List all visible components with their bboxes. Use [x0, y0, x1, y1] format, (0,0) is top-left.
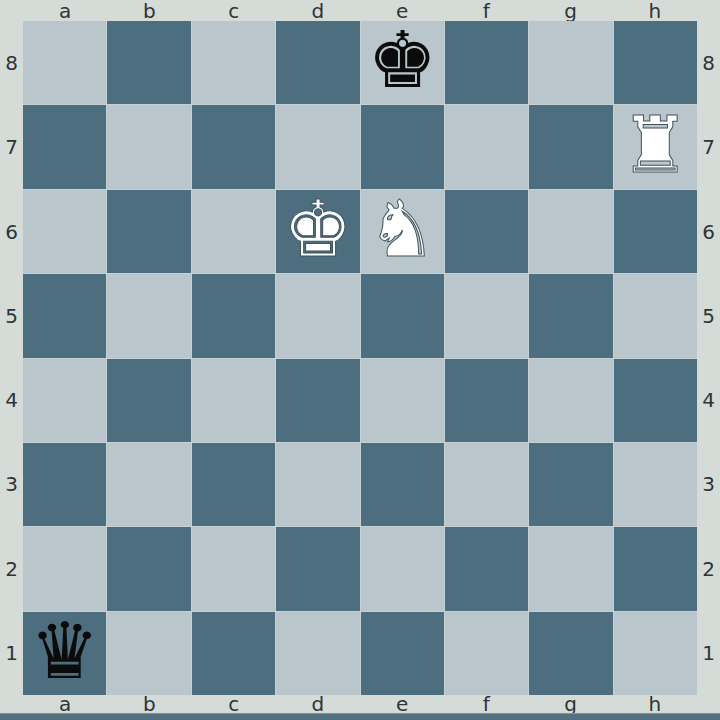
square-b3[interactable]	[107, 443, 190, 526]
square-a7[interactable]	[23, 105, 106, 188]
rank-label-4: 4	[697, 358, 720, 442]
square-f1[interactable]	[445, 612, 528, 695]
square-g3[interactable]	[529, 443, 612, 526]
square-h1[interactable]	[614, 612, 697, 695]
file-label-e: e	[360, 0, 444, 21]
square-c6[interactable]	[192, 190, 275, 273]
square-a6[interactable]	[23, 190, 106, 273]
square-d5[interactable]	[276, 274, 359, 357]
square-f5[interactable]	[445, 274, 528, 357]
rank-label-3: 3	[697, 442, 720, 526]
square-d2[interactable]	[276, 527, 359, 610]
rank-label-2: 2	[697, 527, 720, 611]
square-a2[interactable]	[23, 527, 106, 610]
rank-label-2: 2	[0, 527, 23, 611]
square-e6[interactable]: ♞	[361, 190, 444, 273]
square-g5[interactable]	[529, 274, 612, 357]
square-g4[interactable]	[529, 359, 612, 442]
file-labels-top: abcdefgh	[23, 0, 697, 21]
square-h7[interactable]: ♜	[614, 105, 697, 188]
square-d8[interactable]	[276, 21, 359, 104]
rank-label-1: 1	[697, 611, 720, 695]
square-b4[interactable]	[107, 359, 190, 442]
piece-white-king[interactable]: ♚	[283, 190, 353, 271]
square-g1[interactable]	[529, 612, 612, 695]
chessboard-frame: abcdefgh 87654321 87654321 ♚♜♚♞♛ abcdefg…	[0, 0, 720, 720]
square-b2[interactable]	[107, 527, 190, 610]
file-label-h: h	[613, 0, 697, 21]
square-c4[interactable]	[192, 359, 275, 442]
square-f8[interactable]	[445, 21, 528, 104]
square-d6[interactable]: ♚	[276, 190, 359, 273]
square-d7[interactable]	[276, 105, 359, 188]
file-label-b: b	[107, 695, 191, 713]
file-labels-bottom: abcdefgh	[23, 695, 697, 713]
square-g8[interactable]	[529, 21, 612, 104]
square-e8[interactable]: ♚	[361, 21, 444, 104]
piece-black-queen[interactable]: ♛	[30, 612, 100, 693]
file-label-a: a	[23, 695, 107, 713]
file-label-h: h	[613, 695, 697, 713]
square-f6[interactable]	[445, 190, 528, 273]
piece-white-rook[interactable]: ♜	[620, 105, 690, 186]
rank-label-1: 1	[0, 611, 23, 695]
square-e5[interactable]	[361, 274, 444, 357]
square-b8[interactable]	[107, 21, 190, 104]
square-g7[interactable]	[529, 105, 612, 188]
square-c1[interactable]	[192, 612, 275, 695]
square-e3[interactable]	[361, 443, 444, 526]
square-d1[interactable]	[276, 612, 359, 695]
rank-label-7: 7	[0, 105, 23, 189]
square-c3[interactable]	[192, 443, 275, 526]
rank-labels-right: 87654321	[697, 21, 720, 695]
file-label-d: d	[276, 695, 360, 713]
square-h4[interactable]	[614, 359, 697, 442]
board-bottom-edge-strip	[0, 713, 720, 720]
square-e7[interactable]	[361, 105, 444, 188]
square-a1[interactable]: ♛	[23, 612, 106, 695]
square-e4[interactable]	[361, 359, 444, 442]
rank-label-6: 6	[697, 190, 720, 274]
file-label-b: b	[107, 0, 191, 21]
rank-label-5: 5	[0, 274, 23, 358]
piece-black-king[interactable]: ♚	[367, 21, 437, 102]
square-h3[interactable]	[614, 443, 697, 526]
rank-label-7: 7	[697, 105, 720, 189]
rank-label-8: 8	[0, 21, 23, 105]
file-label-e: e	[360, 695, 444, 713]
file-label-c: c	[192, 0, 276, 21]
file-label-f: f	[444, 0, 528, 21]
file-label-g: g	[529, 0, 613, 21]
square-a4[interactable]	[23, 359, 106, 442]
file-label-a: a	[23, 0, 107, 21]
square-f3[interactable]	[445, 443, 528, 526]
rank-label-8: 8	[697, 21, 720, 105]
square-c7[interactable]	[192, 105, 275, 188]
square-a3[interactable]	[23, 443, 106, 526]
rank-label-3: 3	[0, 442, 23, 526]
rank-labels-left: 87654321	[0, 21, 23, 695]
square-h2[interactable]	[614, 527, 697, 610]
file-label-f: f	[444, 695, 528, 713]
rank-label-6: 6	[0, 190, 23, 274]
square-b6[interactable]	[107, 190, 190, 273]
rank-label-4: 4	[0, 358, 23, 442]
square-h8[interactable]	[614, 21, 697, 104]
square-g6[interactable]	[529, 190, 612, 273]
square-e1[interactable]	[361, 612, 444, 695]
square-g2[interactable]	[529, 527, 612, 610]
square-b5[interactable]	[107, 274, 190, 357]
square-a5[interactable]	[23, 274, 106, 357]
square-e2[interactable]	[361, 527, 444, 610]
file-label-d: d	[276, 0, 360, 21]
rank-label-5: 5	[697, 274, 720, 358]
file-label-g: g	[529, 695, 613, 713]
square-h6[interactable]	[614, 190, 697, 273]
piece-white-knight[interactable]: ♞	[367, 190, 437, 271]
square-h5[interactable]	[614, 274, 697, 357]
square-c5[interactable]	[192, 274, 275, 357]
square-b1[interactable]	[107, 612, 190, 695]
square-d4[interactable]	[276, 359, 359, 442]
square-f2[interactable]	[445, 527, 528, 610]
square-b7[interactable]	[107, 105, 190, 188]
chessboard: ♚♜♚♞♛	[23, 21, 697, 695]
square-a8[interactable]	[23, 21, 106, 104]
square-c8[interactable]	[192, 21, 275, 104]
square-c2[interactable]	[192, 527, 275, 610]
square-f7[interactable]	[445, 105, 528, 188]
square-d3[interactable]	[276, 443, 359, 526]
square-f4[interactable]	[445, 359, 528, 442]
file-label-c: c	[192, 695, 276, 713]
